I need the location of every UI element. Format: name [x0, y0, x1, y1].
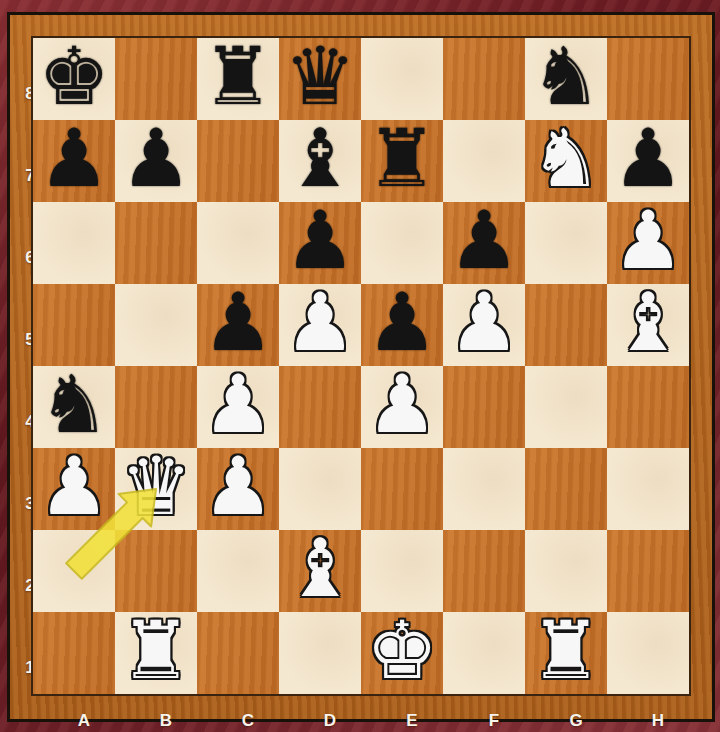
square-d6[interactable]: ♟ — [279, 202, 361, 284]
chess-board: ♚♜♛♞♟♟♝♜♞♟♟♟♟♟♟♟♟♝♞♟♟♟♛♟♝♜♚♜ — [31, 36, 691, 696]
square-h7[interactable]: ♟ — [607, 120, 689, 202]
square-b6[interactable] — [115, 202, 197, 284]
square-a2[interactable] — [33, 530, 115, 612]
square-g3[interactable] — [525, 448, 607, 530]
square-c4[interactable]: ♟ — [197, 366, 279, 448]
square-h1[interactable] — [607, 612, 689, 694]
square-a5[interactable] — [33, 284, 115, 366]
square-g4[interactable] — [525, 366, 607, 448]
square-b4[interactable] — [115, 366, 197, 448]
white-pawn: ♟ — [38, 446, 110, 528]
white-pawn: ♟ — [612, 200, 684, 282]
white-pawn: ♟ — [448, 282, 520, 364]
square-g8[interactable]: ♞ — [525, 38, 607, 120]
square-g7[interactable]: ♞ — [525, 120, 607, 202]
square-f7[interactable] — [443, 120, 525, 202]
file-label-g: G — [535, 709, 617, 732]
square-f6[interactable]: ♟ — [443, 202, 525, 284]
square-e8[interactable] — [361, 38, 443, 120]
square-d2[interactable]: ♝ — [279, 530, 361, 612]
black-rook: ♜ — [366, 118, 438, 200]
square-c3[interactable]: ♟ — [197, 448, 279, 530]
white-knight: ♞ — [530, 118, 602, 200]
square-d5[interactable]: ♟ — [279, 284, 361, 366]
square-h5[interactable]: ♝ — [607, 284, 689, 366]
square-f1[interactable] — [443, 612, 525, 694]
square-b1[interactable]: ♜ — [115, 612, 197, 694]
square-c7[interactable] — [197, 120, 279, 202]
square-a4[interactable]: ♞ — [33, 366, 115, 448]
white-rook: ♜ — [530, 610, 602, 692]
square-a1[interactable] — [33, 612, 115, 694]
square-c8[interactable]: ♜ — [197, 38, 279, 120]
square-b3[interactable]: ♛ — [115, 448, 197, 530]
square-f8[interactable] — [443, 38, 525, 120]
white-bishop: ♝ — [612, 282, 684, 364]
black-pawn: ♟ — [202, 282, 274, 364]
white-pawn: ♟ — [366, 364, 438, 446]
square-h4[interactable] — [607, 366, 689, 448]
square-e4[interactable]: ♟ — [361, 366, 443, 448]
square-e5[interactable]: ♟ — [361, 284, 443, 366]
square-f2[interactable] — [443, 530, 525, 612]
square-b5[interactable] — [115, 284, 197, 366]
black-knight: ♞ — [38, 364, 110, 446]
square-g1[interactable]: ♜ — [525, 612, 607, 694]
square-b7[interactable]: ♟ — [115, 120, 197, 202]
black-pawn: ♟ — [612, 118, 684, 200]
page-background: 87654321 ABCDEFGH ♚♜♛♞♟♟♝♜♞♟♟♟♟♟♟♟♟♝♞♟♟♟… — [0, 0, 720, 732]
square-h8[interactable] — [607, 38, 689, 120]
square-e1[interactable]: ♚ — [361, 612, 443, 694]
black-pawn: ♟ — [38, 118, 110, 200]
white-pawn: ♟ — [202, 446, 274, 528]
square-g6[interactable] — [525, 202, 607, 284]
white-bishop: ♝ — [284, 528, 356, 610]
black-pawn: ♟ — [120, 118, 192, 200]
square-e7[interactable]: ♜ — [361, 120, 443, 202]
file-labels: ABCDEFGH — [43, 709, 699, 732]
square-b8[interactable] — [115, 38, 197, 120]
square-f5[interactable]: ♟ — [443, 284, 525, 366]
square-c5[interactable]: ♟ — [197, 284, 279, 366]
file-label-b: B — [125, 709, 207, 732]
file-label-c: C — [207, 709, 289, 732]
black-pawn: ♟ — [448, 200, 520, 282]
black-queen: ♛ — [284, 36, 356, 118]
square-d1[interactable] — [279, 612, 361, 694]
file-label-a: A — [43, 709, 125, 732]
square-d3[interactable] — [279, 448, 361, 530]
white-rook: ♜ — [120, 610, 192, 692]
square-a7[interactable]: ♟ — [33, 120, 115, 202]
square-a6[interactable] — [33, 202, 115, 284]
square-h3[interactable] — [607, 448, 689, 530]
square-g2[interactable] — [525, 530, 607, 612]
black-pawn: ♟ — [366, 282, 438, 364]
white-pawn: ♟ — [202, 364, 274, 446]
square-d7[interactable]: ♝ — [279, 120, 361, 202]
file-label-d: D — [289, 709, 371, 732]
black-bishop: ♝ — [284, 118, 356, 200]
square-b2[interactable] — [115, 530, 197, 612]
black-pawn: ♟ — [284, 200, 356, 282]
square-a3[interactable]: ♟ — [33, 448, 115, 530]
black-rook: ♜ — [202, 36, 274, 118]
square-h2[interactable] — [607, 530, 689, 612]
file-label-e: E — [371, 709, 453, 732]
black-knight: ♞ — [530, 36, 602, 118]
file-label-h: H — [617, 709, 699, 732]
square-a8[interactable]: ♚ — [33, 38, 115, 120]
square-e6[interactable] — [361, 202, 443, 284]
square-f3[interactable] — [443, 448, 525, 530]
square-e3[interactable] — [361, 448, 443, 530]
square-f4[interactable] — [443, 366, 525, 448]
square-e2[interactable] — [361, 530, 443, 612]
white-pawn: ♟ — [284, 282, 356, 364]
square-c2[interactable] — [197, 530, 279, 612]
square-c6[interactable] — [197, 202, 279, 284]
square-h6[interactable]: ♟ — [607, 202, 689, 284]
white-king: ♚ — [366, 610, 438, 692]
white-queen: ♛ — [120, 446, 192, 528]
black-king: ♚ — [38, 36, 110, 118]
square-c1[interactable] — [197, 612, 279, 694]
file-label-f: F — [453, 709, 535, 732]
square-g5[interactable] — [525, 284, 607, 366]
square-d8[interactable]: ♛ — [279, 38, 361, 120]
square-d4[interactable] — [279, 366, 361, 448]
